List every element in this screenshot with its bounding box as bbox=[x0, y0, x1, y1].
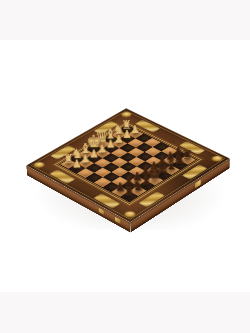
board-square: ♜ bbox=[119, 126, 135, 135]
white-pawn: ♟ bbox=[96, 147, 108, 159]
board-square: ♟ bbox=[86, 154, 103, 163]
piece-shadow bbox=[129, 131, 141, 138]
board-square bbox=[127, 139, 144, 148]
piece-glyph: ♟ bbox=[72, 158, 82, 169]
board-square: ♟ bbox=[119, 134, 136, 143]
product-photo: ♜♟♟♜♞♟♟♞♝♟♟♝♛♟♟♛♚♟♟♚♝♟♟♝♞♟♟♞♜♟♟♜ bbox=[0, 0, 250, 333]
piece-shadow bbox=[96, 150, 109, 157]
board-square: ♛ bbox=[94, 140, 111, 149]
piece-shadow bbox=[121, 127, 133, 134]
board-square bbox=[144, 138, 161, 147]
white-king: ♚ bbox=[88, 143, 100, 155]
latch-icon bbox=[195, 180, 200, 189]
board-square: ♚ bbox=[86, 145, 103, 154]
board-square: ♟ bbox=[111, 139, 128, 148]
corner-rosette-icon bbox=[120, 111, 133, 118]
white-bishop: ♝ bbox=[105, 133, 117, 145]
piece-glyph: ♝ bbox=[79, 141, 92, 155]
white-pawn: ♟ bbox=[105, 142, 117, 154]
piece-glyph: ♟ bbox=[122, 129, 132, 140]
piece-shadow bbox=[113, 140, 126, 147]
white-knight: ♞ bbox=[113, 129, 125, 141]
piece-glyph: ♟ bbox=[130, 124, 140, 135]
piece-shadow bbox=[104, 136, 117, 143]
background-band-bottom bbox=[0, 292, 250, 333]
chess-board-3d: ♜♟♟♜♞♟♟♞♝♟♟♝♛♟♟♛♚♟♟♚♝♟♟♝♞♟♟♞♜♟♟♜ bbox=[26, 108, 230, 222]
white-queen: ♛ bbox=[96, 138, 108, 150]
board-square bbox=[153, 142, 170, 151]
piece-glyph: ♜ bbox=[121, 119, 132, 131]
board-square bbox=[103, 153, 120, 162]
board-square bbox=[136, 143, 153, 152]
piece-shadow bbox=[96, 141, 109, 148]
board-square bbox=[135, 134, 152, 143]
piece-glyph: ♞ bbox=[113, 123, 125, 136]
board-top-face: ♜♟♟♜♞♟♟♞♝♟♟♝♛♟♟♛♚♟♟♚♝♟♟♝♞♟♟♞♜♟♟♜ bbox=[26, 108, 230, 222]
background-band-top bbox=[0, 0, 250, 40]
board-square: ♝ bbox=[102, 135, 119, 144]
piece-shadow bbox=[121, 135, 134, 142]
piece-glyph: ♟ bbox=[97, 143, 107, 154]
piece-shadow bbox=[104, 145, 117, 152]
white-pawn: ♟ bbox=[88, 152, 100, 164]
piece-glyph: ♟ bbox=[89, 148, 99, 159]
board-square bbox=[119, 143, 136, 152]
piece-shadow bbox=[113, 131, 125, 138]
board-square: ♟ bbox=[94, 149, 111, 158]
chess-set: ♜♟♟♜♞♟♟♞♝♟♟♝♛♟♟♛♚♟♟♚♝♟♟♝♞♟♟♞♜♟♟♜ bbox=[56, 90, 200, 234]
white-pawn: ♟ bbox=[121, 133, 133, 145]
board-square bbox=[119, 153, 136, 162]
white-pawn: ♟ bbox=[113, 138, 125, 150]
gold-plaque-ornament bbox=[135, 120, 160, 133]
board-square: ♟ bbox=[127, 130, 143, 139]
hinge-icon bbox=[99, 208, 104, 215]
gold-plaque-ornament bbox=[93, 121, 118, 135]
board-square bbox=[128, 148, 145, 157]
piece-glyph: ♝ bbox=[104, 127, 117, 141]
white-rook: ♜ bbox=[121, 124, 133, 136]
piece-shadow bbox=[88, 155, 101, 162]
piece-shadow bbox=[88, 146, 101, 153]
white-pawn: ♟ bbox=[129, 128, 141, 140]
piece-glyph: ♛ bbox=[95, 129, 110, 145]
board-square: ♞ bbox=[111, 130, 127, 139]
board-square: ♟ bbox=[102, 144, 119, 153]
piece-glyph: ♜ bbox=[123, 185, 135, 198]
board-square bbox=[111, 148, 128, 157]
hinge-icon bbox=[115, 217, 120, 224]
piece-glyph: ♟ bbox=[114, 134, 124, 145]
piece-glyph: ♚ bbox=[86, 133, 102, 150]
piece-glyph: ♟ bbox=[106, 139, 116, 150]
